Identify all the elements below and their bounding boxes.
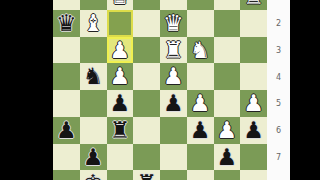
square-e8[interactable]: ♜ <box>133 170 160 180</box>
rank-label-6: 6 <box>267 126 290 135</box>
square-g4[interactable]: ♞ <box>80 63 107 90</box>
square-a6[interactable]: ♟ <box>240 117 267 144</box>
rank-label-7: 7 <box>267 152 290 161</box>
square-a8[interactable] <box>240 170 267 180</box>
square-e2[interactable] <box>133 10 160 37</box>
square-c4[interactable] <box>187 63 214 90</box>
piece-black-pawn: ♟ <box>53 117 80 144</box>
square-f1[interactable]: ♚ <box>107 0 134 10</box>
square-f8[interactable] <box>107 170 134 180</box>
square-f2[interactable] <box>107 10 134 37</box>
rank-label-1: 1 <box>267 0 290 1</box>
rank-label-2: 2 <box>267 19 290 28</box>
piece-white-king: ♚ <box>107 0 134 10</box>
piece-black-pawn: ♟ <box>240 117 267 144</box>
square-c3[interactable]: ♞ <box>187 37 214 64</box>
rank-label-8: 8 <box>267 179 290 180</box>
square-d6[interactable] <box>160 117 187 144</box>
chess-board[interactable]: ♚♜♛♝♛♟♜♞♞♟♟♟♟♟♟♟♜♟♟♟♟♟♚♜ <box>53 0 267 180</box>
square-d8[interactable] <box>160 170 187 180</box>
square-c8[interactable] <box>187 170 214 180</box>
square-h1[interactable] <box>53 0 80 10</box>
square-f6[interactable]: ♜ <box>107 117 134 144</box>
square-h5[interactable] <box>53 90 80 117</box>
piece-black-pawn: ♟ <box>160 90 187 117</box>
square-a4[interactable] <box>240 63 267 90</box>
piece-white-pawn: ♟ <box>160 63 187 90</box>
piece-black-rook: ♜ <box>133 170 160 180</box>
square-e4[interactable] <box>133 63 160 90</box>
square-h8[interactable] <box>53 170 80 180</box>
square-h7[interactable] <box>53 144 80 171</box>
square-g3[interactable] <box>80 37 107 64</box>
square-e3[interactable] <box>133 37 160 64</box>
square-h4[interactable] <box>53 63 80 90</box>
square-c6[interactable]: ♟ <box>187 117 214 144</box>
piece-black-knight: ♞ <box>80 63 107 90</box>
square-e7[interactable] <box>133 144 160 171</box>
square-b7[interactable]: ♟ <box>214 144 241 171</box>
square-d1[interactable] <box>160 0 187 10</box>
rank-label-3: 3 <box>267 45 290 54</box>
square-b6[interactable]: ♟ <box>214 117 241 144</box>
square-g8[interactable]: ♚ <box>80 170 107 180</box>
square-c5[interactable]: ♟ <box>187 90 214 117</box>
square-h2[interactable]: ♛ <box>53 10 80 37</box>
square-a3[interactable] <box>240 37 267 64</box>
square-e5[interactable] <box>133 90 160 117</box>
square-b1[interactable] <box>214 0 241 10</box>
square-f3[interactable]: ♟ <box>107 37 134 64</box>
piece-white-queen: ♛ <box>160 10 187 37</box>
square-e6[interactable] <box>133 117 160 144</box>
piece-black-pawn: ♟ <box>107 90 134 117</box>
square-b3[interactable] <box>214 37 241 64</box>
chess-screenshot-stage: ♚♜♛♝♛♟♜♞♞♟♟♟♟♟♟♟♜♟♟♟♟♟♚♜ 12345678 <box>0 0 320 180</box>
square-b5[interactable] <box>214 90 241 117</box>
piece-white-rook: ♜ <box>240 0 267 10</box>
square-g6[interactable] <box>80 117 107 144</box>
square-g7[interactable]: ♟ <box>80 144 107 171</box>
piece-white-pawn: ♟ <box>107 37 134 64</box>
square-a5[interactable]: ♟ <box>240 90 267 117</box>
square-b8[interactable] <box>214 170 241 180</box>
square-g2[interactable]: ♝ <box>80 10 107 37</box>
piece-black-king: ♚ <box>80 170 107 180</box>
square-f4[interactable]: ♟ <box>107 63 134 90</box>
piece-black-pawn: ♟ <box>214 144 241 171</box>
square-d3[interactable]: ♜ <box>160 37 187 64</box>
square-f7[interactable] <box>107 144 134 171</box>
piece-black-rook: ♜ <box>107 117 134 144</box>
square-d4[interactable]: ♟ <box>160 63 187 90</box>
rank-label-5: 5 <box>267 99 290 108</box>
square-g5[interactable] <box>80 90 107 117</box>
piece-white-rook: ♜ <box>160 37 187 64</box>
square-b2[interactable] <box>214 10 241 37</box>
piece-white-pawn: ♟ <box>187 90 214 117</box>
piece-black-pawn: ♟ <box>187 117 214 144</box>
square-g1[interactable] <box>80 0 107 10</box>
square-h3[interactable] <box>53 37 80 64</box>
square-c2[interactable] <box>187 10 214 37</box>
piece-white-knight: ♞ <box>187 37 214 64</box>
square-a7[interactable] <box>240 144 267 171</box>
square-a2[interactable] <box>240 10 267 37</box>
rank-label-strip: 12345678 <box>267 0 290 180</box>
square-a1[interactable]: ♜ <box>240 0 267 10</box>
square-h6[interactable]: ♟ <box>53 117 80 144</box>
square-d2[interactable]: ♛ <box>160 10 187 37</box>
piece-white-pawn: ♟ <box>107 63 134 90</box>
square-e1[interactable] <box>133 0 160 10</box>
square-c1[interactable] <box>187 0 214 10</box>
square-f5[interactable]: ♟ <box>107 90 134 117</box>
piece-white-bishop: ♝ <box>80 10 107 37</box>
square-d7[interactable] <box>160 144 187 171</box>
piece-white-pawn: ♟ <box>214 117 241 144</box>
square-b4[interactable] <box>214 63 241 90</box>
piece-white-pawn: ♟ <box>240 90 267 117</box>
square-d5[interactable]: ♟ <box>160 90 187 117</box>
piece-black-pawn: ♟ <box>80 144 107 171</box>
rank-label-4: 4 <box>267 72 290 81</box>
piece-black-queen: ♛ <box>53 10 80 37</box>
square-c7[interactable] <box>187 144 214 171</box>
